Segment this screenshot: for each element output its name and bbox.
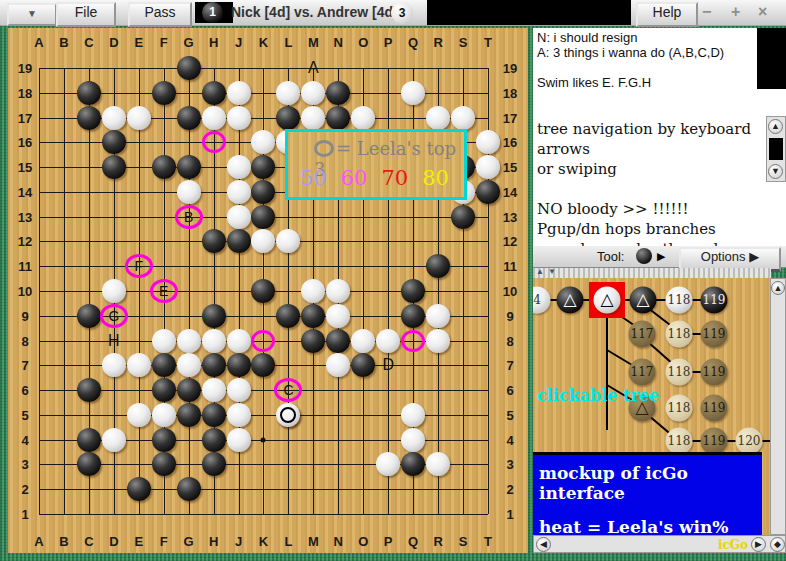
circle-icon [314, 140, 334, 157]
coord-number-left: 17 [18, 110, 32, 125]
stone-H4[interactable] [202, 428, 226, 452]
star-point [261, 437, 266, 442]
note-line: NO bloody >> !!!!!! [537, 199, 786, 219]
coord-number-left: 2 [21, 482, 28, 497]
comment-area-top[interactable]: N: i should resignA: 3 things i wanna do… [533, 28, 786, 116]
point-label-C: C [283, 382, 293, 398]
stone-J6[interactable] [227, 378, 251, 402]
coord-number-left: 1 [21, 507, 28, 522]
stone-J13[interactable] [227, 205, 251, 229]
stone-C9[interactable] [77, 304, 101, 328]
stone-K13[interactable] [251, 205, 275, 229]
coord-number-right: 10 [503, 284, 517, 299]
coord-letter-top: Q [408, 35, 418, 50]
stone-J18[interactable] [227, 81, 251, 105]
coord-letter-top: A [34, 35, 43, 50]
tool-expand-icon[interactable]: ▶ [657, 250, 665, 263]
stone-F6[interactable] [152, 378, 176, 402]
coord-number-right: 3 [506, 457, 513, 472]
coord-letter-bottom: T [484, 534, 492, 549]
coord-number-right: 6 [506, 383, 513, 398]
stone-C6[interactable] [77, 378, 101, 402]
stone-G19[interactable] [177, 56, 201, 80]
title-bar: ▼ File Pass 1 Nick [4d] vs. Andrew [4d] … [0, 0, 786, 26]
maximize-button[interactable]: + [731, 3, 740, 21]
coord-number-right: 7 [506, 358, 513, 373]
scroll-up-icon[interactable]: ▲ [771, 281, 785, 295]
grid-line [39, 489, 488, 490]
stone-M18[interactable] [301, 81, 325, 105]
pane-splitter[interactable]: ▲ ▼ [533, 268, 771, 278]
coord-number-right: 11 [503, 259, 517, 274]
coord-letter-top: T [484, 35, 492, 50]
minimize-button[interactable]: − [702, 3, 711, 21]
coord-letter-top: L [284, 35, 292, 50]
stone-J17[interactable] [227, 106, 251, 130]
stone-P8[interactable] [376, 329, 400, 353]
coord-number-right: 19 [503, 61, 517, 76]
black-move-badge: 1 [202, 2, 223, 23]
pass-button[interactable]: Pass [128, 2, 192, 27]
coord-number-left: 4 [21, 432, 28, 447]
leela-circle-K8[interactable] [251, 330, 275, 352]
stone-L17[interactable] [276, 106, 300, 130]
coord-letter-bottom: J [235, 534, 242, 549]
stone-R8[interactable] [426, 329, 450, 353]
coord-letter-top: S [459, 35, 468, 50]
coord-number-right: 16 [503, 135, 517, 150]
coord-letter-top: E [134, 35, 143, 50]
stone-O17[interactable] [351, 106, 375, 130]
scroll-down-icon[interactable]: ▼ [768, 164, 783, 179]
stone-tool-icon[interactable] [636, 248, 652, 264]
stone-J14[interactable] [227, 180, 251, 204]
point-label-G: G [108, 308, 119, 324]
stone-R3[interactable] [426, 452, 450, 476]
coord-letter-top: H [209, 35, 218, 50]
stone-K12[interactable] [251, 229, 275, 253]
stone-C4[interactable] [77, 428, 101, 452]
coord-number-right: 13 [503, 209, 517, 224]
stone-F18[interactable] [152, 81, 176, 105]
coord-number-left: 12 [18, 234, 32, 249]
tree-node-119[interactable]: 119 [701, 395, 728, 422]
coord-number-left: 7 [21, 358, 28, 373]
grid-line [39, 514, 488, 515]
stone-C17[interactable] [77, 106, 101, 130]
tool-bar: Tool: ▶ Options ▶ [533, 246, 786, 268]
coord-letter-bottom: B [59, 534, 68, 549]
stone-D10[interactable] [102, 279, 126, 303]
stone-D15[interactable] [102, 155, 126, 179]
tree-node-117[interactable]: 117 [629, 321, 656, 348]
coord-letter-top: M [308, 35, 319, 50]
stone-D17[interactable] [102, 106, 126, 130]
stone-E7[interactable] [127, 353, 151, 377]
redacted-box [427, 0, 631, 25]
stone-M10[interactable] [301, 279, 325, 303]
note-line [537, 60, 786, 75]
redacted-box [757, 28, 786, 89]
leela-circle-Q8[interactable] [401, 330, 425, 352]
stone-H7[interactable] [202, 353, 226, 377]
coord-number-right: 14 [503, 184, 517, 199]
comment-scrollbar[interactable]: ▲ ▼ [766, 116, 786, 182]
stone-G17[interactable] [177, 106, 201, 130]
stone-E2[interactable] [127, 477, 151, 501]
coord-number-left: 9 [21, 308, 28, 323]
coord-letter-top: N [334, 35, 343, 50]
coord-letter-bottom: K [259, 534, 268, 549]
stone-H18[interactable] [202, 81, 226, 105]
coord-letter-bottom: D [109, 534, 118, 549]
stone-J12[interactable] [227, 229, 251, 253]
coord-letter-bottom: E [134, 534, 143, 549]
stone-M9[interactable] [301, 304, 325, 328]
tree-node-117[interactable]: 117 [629, 359, 656, 386]
stone-G5[interactable] [177, 403, 201, 427]
tree-node-120[interactable]: 120 [736, 428, 763, 455]
stone-R11[interactable] [426, 254, 450, 278]
game-tab-title[interactable]: Nick [4d] vs. Andrew [4d] [231, 4, 398, 20]
coord-number-right: 12 [503, 234, 517, 249]
grid-line [39, 390, 488, 391]
coord-letter-bottom: M [308, 534, 319, 549]
coord-number-left: 16 [18, 135, 32, 150]
help-button[interactable]: Help [636, 2, 698, 27]
tree-node-119[interactable]: 119 [701, 359, 728, 386]
close-button[interactable]: × [758, 3, 767, 21]
stone-J8[interactable] [227, 329, 251, 353]
coord-letter-bottom: F [160, 534, 168, 549]
coord-letter-top: F [160, 35, 168, 50]
point-label-B: B [184, 209, 193, 225]
options-arrow-icon: ▶ [749, 249, 759, 264]
stone-F7[interactable] [152, 353, 176, 377]
stone-O8[interactable] [351, 329, 375, 353]
coord-number-left: 8 [21, 333, 28, 348]
stone-J15[interactable] [227, 155, 251, 179]
stone-N18[interactable] [326, 81, 350, 105]
stone-H17[interactable] [202, 106, 226, 130]
stone-L9[interactable] [276, 304, 300, 328]
coord-letter-top: C [84, 35, 93, 50]
comment-area-bottom[interactable]: tree navigation by keyboard arrows or sw… [533, 116, 786, 246]
coord-letter-top: P [384, 35, 393, 50]
scroll-left-icon[interactable]: ◀ [536, 537, 551, 552]
stone-G2[interactable] [177, 477, 201, 501]
tree-node-118[interactable]: 118 [666, 321, 693, 348]
stone-K10[interactable] [251, 279, 275, 303]
stone-L18[interactable] [276, 81, 300, 105]
stone-O7[interactable] [351, 353, 375, 377]
coord-letter-top: O [358, 35, 368, 50]
white-move-badge: 3 [391, 2, 413, 24]
stone-G14[interactable] [177, 180, 201, 204]
file-button[interactable]: File [56, 2, 116, 27]
stone-F8[interactable] [152, 329, 176, 353]
stone-H6[interactable] [202, 378, 226, 402]
stone-N17[interactable] [326, 106, 350, 130]
coord-letter-bottom: N [334, 534, 343, 549]
coord-number-right: 15 [503, 160, 517, 175]
coord-number-left: 19 [18, 61, 32, 76]
coord-letter-bottom: O [358, 534, 368, 549]
coord-number-right: 1 [506, 507, 513, 522]
stone-Q3[interactable] [401, 452, 425, 476]
stone-F5[interactable] [152, 403, 176, 427]
stone-Q5[interactable] [401, 403, 425, 427]
stone-S17[interactable] [451, 106, 475, 130]
info-line2: heat = Leela's win% [539, 517, 762, 537]
legend-heat-values: 50607080 [300, 166, 463, 190]
coord-number-right: 9 [506, 308, 513, 323]
coord-number-left: 11 [18, 259, 32, 274]
stone-R9[interactable] [426, 304, 450, 328]
stone-T15[interactable] [476, 155, 500, 179]
stone-G7[interactable] [177, 353, 201, 377]
stone-H3[interactable] [202, 452, 226, 476]
stone-Q4[interactable] [401, 428, 425, 452]
note-line: A: 3 things i wanna do (A,B,C,D) [537, 45, 786, 60]
coord-letter-top: K [259, 35, 268, 50]
stone-P3[interactable] [376, 452, 400, 476]
stone-K16[interactable] [251, 130, 275, 154]
point-label-D: D [382, 356, 394, 374]
point-label-H: H [108, 332, 120, 350]
coord-number-left: 14 [18, 184, 32, 199]
coord-letter-bottom: L [284, 534, 292, 549]
stone-K7[interactable] [251, 353, 275, 377]
tree-node-118[interactable]: 118 [666, 359, 693, 386]
stone-K14[interactable] [251, 180, 275, 204]
scroll-right-icon[interactable]: ▶ [751, 537, 766, 552]
stone-F15[interactable] [152, 155, 176, 179]
stone-N9[interactable] [326, 304, 350, 328]
stone-J4[interactable] [227, 428, 251, 452]
coord-number-right: 17 [503, 110, 517, 125]
coord-number-right: 8 [506, 333, 513, 348]
coord-letter-top: G [184, 35, 194, 50]
info-line1: mockup of icGo interface [539, 463, 762, 503]
scroll-up-icon[interactable]: ▲ [768, 119, 783, 134]
coord-letter-bottom: Q [408, 534, 418, 549]
icgo-logo: icGo [718, 538, 748, 552]
tree-node-119[interactable]: 119 [701, 428, 728, 455]
stone-C3[interactable] [77, 452, 101, 476]
scroll-corner-icon[interactable]: ◆ [770, 537, 785, 552]
coord-number-left: 6 [21, 383, 28, 398]
stone-D4[interactable] [102, 428, 126, 452]
stone-F3[interactable] [152, 452, 176, 476]
stone-N7[interactable] [326, 353, 350, 377]
tree-node-119[interactable]: 119 [701, 321, 728, 348]
stone-S13[interactable] [451, 205, 475, 229]
stone-Q18[interactable] [401, 81, 425, 105]
note-line [537, 179, 786, 199]
note-line: spacebar cycles through variation [537, 239, 786, 246]
stone-J7[interactable] [227, 353, 251, 377]
stone-N8[interactable] [326, 329, 350, 353]
tree-node-118[interactable]: 118 [666, 395, 693, 422]
note-line: tree navigation by keyboard arrows [537, 119, 786, 159]
note-line: or swiping [537, 159, 786, 179]
stone-G15[interactable] [177, 155, 201, 179]
legend-value: 80 [422, 166, 449, 190]
point-label-A: A [308, 59, 319, 77]
scrollbar-thumb[interactable] [769, 138, 783, 160]
coord-number-right: 5 [506, 407, 513, 422]
stone-G8[interactable] [177, 329, 201, 353]
coord-letter-top: D [109, 35, 118, 50]
coord-letter-top: J [235, 35, 242, 50]
point-label-F: F [134, 258, 143, 274]
stone-J5[interactable] [227, 403, 251, 427]
legend-value: 60 [341, 166, 368, 190]
note-line: N: i should resign [537, 30, 786, 45]
tree-node-118[interactable]: 118 [666, 428, 693, 455]
point-label-E: E [159, 283, 168, 299]
stone-D7[interactable] [102, 353, 126, 377]
stone-H12[interactable] [202, 229, 226, 253]
tree-node-119[interactable]: 119 [701, 287, 728, 314]
coord-letter-bottom: S [459, 534, 468, 549]
stone-C18[interactable] [77, 81, 101, 105]
stone-K15[interactable] [251, 155, 275, 179]
coord-letter-top: B [59, 35, 68, 50]
stone-H8[interactable] [202, 329, 226, 353]
stone-D16[interactable] [102, 130, 126, 154]
stone-H5[interactable] [202, 403, 226, 427]
coord-number-right: 4 [506, 432, 513, 447]
stone-Q10[interactable] [401, 279, 425, 303]
coord-letter-bottom: G [184, 534, 194, 549]
stone-E5[interactable] [127, 403, 151, 427]
coord-letter-bottom: R [433, 534, 442, 549]
legend-value: 70 [381, 166, 408, 190]
leela-circle-H16[interactable] [202, 131, 226, 153]
note-line: Swim likes E. F.G.H [537, 75, 786, 90]
coord-letter-bottom: A [34, 534, 43, 549]
stone-H9[interactable] [202, 304, 226, 328]
legend-value: 50 [300, 166, 327, 190]
tool-label: Tool: [597, 249, 624, 264]
stone-N10[interactable] [326, 279, 350, 303]
stone-G6[interactable] [177, 378, 201, 402]
stone-M8[interactable] [301, 329, 325, 353]
info-box: mockup of icGo interface heat = Leela's … [533, 452, 762, 535]
stone-M17[interactable] [301, 106, 325, 130]
coord-letter-bottom: H [209, 534, 218, 549]
go-board[interactable]: AABBCCDDEEFFGGHHJJKKLLMMNNOOPPQQRRSSTT19… [8, 28, 528, 553]
coord-letter-bottom: P [384, 534, 393, 549]
note-line: Pgup/dn hops branches [537, 219, 786, 239]
coord-number-left: 5 [21, 407, 28, 422]
stone-E17[interactable] [127, 106, 151, 130]
coord-number-left: 3 [21, 457, 28, 472]
tree-node[interactable]: △ [557, 287, 584, 314]
coord-number-left: 13 [18, 209, 32, 224]
tree-node-118[interactable]: 118 [666, 287, 693, 314]
stone-F4[interactable] [152, 428, 176, 452]
coord-letter-bottom: C [84, 534, 93, 549]
splitter-up-icon[interactable]: ▲ [536, 267, 544, 276]
coord-number-left: 18 [18, 85, 32, 100]
stone-T16[interactable] [476, 130, 500, 154]
stone-Q9[interactable] [401, 304, 425, 328]
coord-number-left: 10 [18, 284, 32, 299]
last-move-marker-L5[interactable] [276, 403, 300, 427]
stone-T14[interactable] [476, 180, 500, 204]
tree-node[interactable]: △ [630, 287, 657, 314]
coord-letter-top: R [433, 35, 442, 50]
leela-legend-box: = Leela's top 3 50607080 [285, 129, 467, 200]
coord-number-right: 18 [503, 85, 517, 100]
circle-marker-icon [280, 407, 296, 423]
splitter-down-icon[interactable]: ▼ [548, 267, 556, 276]
clickable-tree-label: clickable tree [537, 386, 659, 405]
coord-number-left: 15 [18, 160, 32, 175]
stone-L12[interactable] [276, 229, 300, 253]
window-menu-button[interactable]: ▼ [7, 3, 57, 26]
coord-number-right: 2 [506, 482, 513, 497]
tree-node[interactable]: △ [594, 287, 621, 314]
tree-vscrollbar[interactable]: ▲ [770, 278, 786, 535]
stone-R17[interactable] [426, 106, 450, 130]
